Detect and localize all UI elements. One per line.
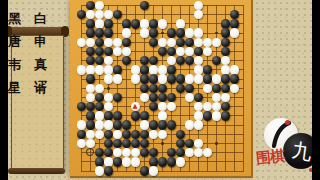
stone-white (194, 65, 203, 74)
stone-white (221, 93, 230, 102)
stone-white (77, 139, 86, 148)
stone-black (113, 93, 122, 102)
scroll-bottom-roller (8, 168, 65, 174)
stone-white (194, 111, 203, 120)
stone-white (194, 102, 203, 111)
stone-white (104, 65, 113, 74)
stone-black (221, 19, 230, 28)
stone-black (221, 47, 230, 56)
stone-white (212, 102, 221, 111)
stone-black (95, 38, 104, 47)
stone-black (194, 93, 203, 102)
stone-white (203, 47, 212, 56)
stone-black (230, 10, 239, 19)
stone-black (167, 157, 176, 166)
stone-black (77, 102, 86, 111)
stone-black (86, 19, 95, 28)
stone-white (158, 19, 167, 28)
white-player-name: 申真谞 (33, 30, 48, 99)
stone-white (113, 38, 122, 47)
stone-black (149, 93, 158, 102)
stone-white (203, 148, 212, 157)
stone-white (158, 65, 167, 74)
stone-black (104, 19, 113, 28)
stone-white (104, 74, 113, 83)
stone-white (194, 10, 203, 19)
stone-white (158, 102, 167, 111)
stone-white (230, 84, 239, 93)
stone-black (113, 120, 122, 129)
stone-black (176, 74, 185, 83)
stone-white (131, 157, 140, 166)
stone-black (230, 19, 239, 28)
stone-black (131, 19, 140, 28)
stone-black (95, 93, 104, 102)
stone-black (122, 19, 131, 28)
ko-ring-marker (86, 148, 94, 156)
stone-white (167, 102, 176, 111)
stone-black (185, 38, 194, 47)
stone-black (185, 56, 194, 65)
last-move-triangle-marker: ▲ (132, 103, 139, 110)
stone-black (140, 65, 149, 74)
stone-white (86, 10, 95, 19)
white-player-column: 白 申真谞 (33, 7, 48, 99)
stone-black (149, 38, 158, 47)
stone-white (176, 19, 185, 28)
stone-white (185, 47, 194, 56)
stone-white (212, 111, 221, 120)
stone-white (86, 65, 95, 74)
stone-white (77, 120, 86, 129)
stone-black (158, 157, 167, 166)
stone-black (140, 139, 149, 148)
stone-black (131, 111, 140, 120)
stone-black (86, 102, 95, 111)
stone-black (176, 139, 185, 148)
stone-white (167, 56, 176, 65)
stone-white (149, 65, 158, 74)
black-color-label: 黑 (7, 7, 22, 30)
stone-white (95, 65, 104, 74)
stone-black (212, 56, 221, 65)
stone-white (212, 74, 221, 83)
stone-white (104, 10, 113, 19)
stone-black (149, 102, 158, 111)
logo-weiqi-characters: 围棋 (255, 147, 285, 169)
black-player-column: 黑 唐韦星 (7, 7, 22, 99)
stone-white (158, 111, 167, 120)
stone-black (122, 130, 131, 139)
stone-white (104, 38, 113, 47)
stone-black (149, 148, 158, 157)
stone-white (122, 148, 131, 157)
stone-white (86, 139, 95, 148)
stone-black (185, 84, 194, 93)
stone-black (86, 120, 95, 129)
stone-black (194, 47, 203, 56)
stone-white (140, 28, 149, 37)
stone-black (185, 139, 194, 148)
stone-black (167, 93, 176, 102)
stone-white (194, 74, 203, 83)
stone-black (149, 56, 158, 65)
stone-white (158, 130, 167, 139)
stone-white (203, 38, 212, 47)
stone-white (95, 120, 104, 129)
stone-black (104, 166, 113, 175)
stone-white (149, 130, 158, 139)
stone-black (221, 38, 230, 47)
stone-white (167, 38, 176, 47)
stone-black (176, 38, 185, 47)
stone-black (104, 28, 113, 37)
stone-white (95, 111, 104, 120)
stone-black (230, 74, 239, 83)
stone-white (122, 28, 131, 37)
stone-black (113, 10, 122, 19)
stone-black (95, 148, 104, 157)
stone-white (203, 84, 212, 93)
stone-black (167, 65, 176, 74)
stone-white (212, 38, 221, 47)
letterbox-left (0, 0, 8, 180)
stone-black (104, 130, 113, 139)
stone-black (86, 111, 95, 120)
stone-black (176, 130, 185, 139)
stone-black (221, 84, 230, 93)
stone-white (95, 1, 104, 10)
stone-white (194, 38, 203, 47)
stone-black (122, 120, 131, 129)
stone-white (194, 56, 203, 65)
stone-black (104, 139, 113, 148)
stone-white (194, 28, 203, 37)
stone-white (113, 148, 122, 157)
stone-white (104, 157, 113, 166)
stone-black (131, 139, 140, 148)
stone-white (104, 56, 113, 65)
stone-white (86, 93, 95, 102)
stone-black (95, 157, 104, 166)
stone-white (230, 65, 239, 74)
stone-white (212, 93, 221, 102)
stone-black (113, 157, 122, 166)
stone-white (86, 130, 95, 139)
stone-black (95, 102, 104, 111)
stone-black (221, 102, 230, 111)
stone-white (113, 47, 122, 56)
stone-white (131, 65, 140, 74)
stone-black (86, 74, 95, 83)
stone-black (77, 130, 86, 139)
stone-black (140, 148, 149, 157)
stone-white (185, 74, 194, 83)
stone-white (104, 120, 113, 129)
stone-black (140, 56, 149, 65)
stone-black (203, 65, 212, 74)
stone-white (194, 139, 203, 148)
stone-white (77, 38, 86, 47)
stone-black (221, 28, 230, 37)
stone-black (140, 1, 149, 10)
stone-white (221, 65, 230, 74)
stone-white (95, 130, 104, 139)
stone-white (122, 47, 131, 56)
stone-black (212, 84, 221, 93)
stone-black (86, 1, 95, 10)
go-board: ▲ (70, 0, 253, 178)
stone-black (113, 111, 122, 120)
stone-black (104, 148, 113, 157)
stone-white (113, 74, 122, 83)
video-frame: ▲ 白 申真谞 黑 唐韦星 九 围棋 (0, 0, 320, 180)
stone-white (203, 102, 212, 111)
stone-black (203, 111, 212, 120)
stone-black (122, 56, 131, 65)
stone-black (140, 111, 149, 120)
stone-white (176, 47, 185, 56)
stone-black (158, 84, 167, 93)
stone-black (167, 28, 176, 37)
stone-black (149, 19, 158, 28)
stone-white (185, 93, 194, 102)
stone-black (95, 28, 104, 37)
channel-logo: 九 围棋 (256, 112, 318, 178)
stone-black (149, 74, 158, 83)
stone-black (104, 47, 113, 56)
stone-white (149, 166, 158, 175)
logo-red-dot (285, 120, 290, 125)
stone-black (77, 10, 86, 19)
stone-white (185, 28, 194, 37)
stone-black (104, 111, 113, 120)
stone-white (140, 19, 149, 28)
stone-black (140, 130, 149, 139)
stone-white (131, 148, 140, 157)
stone-black (158, 93, 167, 102)
stone-white (95, 10, 104, 19)
stone-black (86, 47, 95, 56)
stone-black (176, 84, 185, 93)
stone-white (95, 19, 104, 28)
stone-black (113, 65, 122, 74)
stone-black (176, 28, 185, 37)
stone-black (95, 56, 104, 65)
stone-black (176, 148, 185, 157)
stone-white (86, 84, 95, 93)
stone-black (221, 74, 230, 83)
stone-white (221, 56, 230, 65)
stone-white (86, 38, 95, 47)
stone-black (140, 166, 149, 175)
stone-black (167, 148, 176, 157)
stone-white (95, 166, 104, 175)
stone-white (113, 130, 122, 139)
stone-white (104, 93, 113, 102)
stone-black (113, 139, 122, 148)
stone-black (140, 84, 149, 93)
stone-black (167, 74, 176, 83)
letterbox-right (312, 0, 320, 180)
stone-black (86, 56, 95, 65)
stone-black (149, 28, 158, 37)
stone-white (158, 38, 167, 47)
grid-line-v (243, 5, 244, 172)
stone-white (140, 93, 149, 102)
stone-white (140, 120, 149, 129)
star-point (161, 142, 164, 145)
stone-white (194, 120, 203, 129)
stone-white (122, 157, 131, 166)
stone-white (158, 74, 167, 83)
stone-white (185, 148, 194, 157)
stone-black (131, 130, 140, 139)
stone-black (149, 157, 158, 166)
stone-white (104, 102, 113, 111)
star-point (215, 142, 218, 145)
stone-white (176, 157, 185, 166)
star-point (107, 87, 110, 90)
stone-white (95, 84, 104, 93)
black-player-name: 唐韦星 (7, 30, 22, 99)
stone-black (122, 38, 131, 47)
stone-black (149, 120, 158, 129)
stone-black (203, 74, 212, 83)
stone-white (230, 28, 239, 37)
stone-white (131, 74, 140, 83)
stone-black (140, 74, 149, 83)
stone-black (176, 56, 185, 65)
stone-white (194, 1, 203, 10)
white-color-label: 白 (33, 7, 48, 30)
stone-black (221, 111, 230, 120)
stone-white (77, 65, 86, 74)
stone-black (158, 120, 167, 129)
stone-white (194, 148, 203, 157)
stone-black (149, 84, 158, 93)
stone-black (122, 139, 131, 148)
stone-black (167, 47, 176, 56)
stone-black (158, 47, 167, 56)
stone-black (95, 47, 104, 56)
stone-black (86, 28, 95, 37)
stone-black (167, 120, 176, 129)
stone-white (185, 120, 194, 129)
